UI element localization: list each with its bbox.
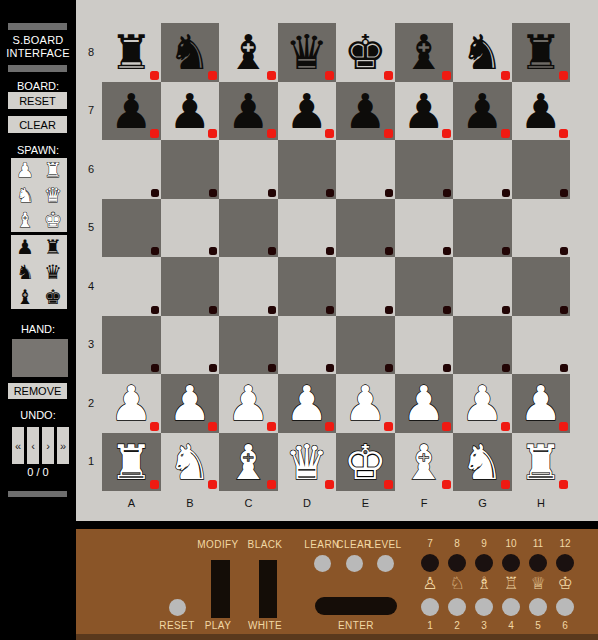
rank-label-5: 5 <box>84 221 98 234</box>
rank-label-4: 4 <box>84 280 98 293</box>
square-h4[interactable] <box>512 257 571 316</box>
knight-icon: ♘ <box>443 573 471 593</box>
square-sensor-led <box>150 71 159 80</box>
square-sensor-led <box>501 422 510 431</box>
square-sensor-led <box>384 71 393 80</box>
undo-counter: 0 / 0 <box>0 466 76 478</box>
spawn-black-pawn[interactable]: ♟ <box>11 235 39 260</box>
file-label-a: A <box>102 497 161 509</box>
undo-button-row: «‹›» <box>12 427 70 464</box>
board-clear-button[interactable]: CLEAR <box>8 116 67 133</box>
level-12-button[interactable] <box>556 554 574 572</box>
black-white-switch[interactable] <box>259 560 277 618</box>
file-label-h: H <box>512 497 571 509</box>
level-button[interactable] <box>377 555 394 572</box>
clear-button[interactable] <box>346 555 363 572</box>
level-number-7: 7 <box>416 538 444 549</box>
level-number-2: 2 <box>443 620 471 631</box>
square-sensor-led <box>268 189 276 197</box>
piece-rook-button[interactable] <box>502 598 520 616</box>
level-number-8: 8 <box>443 538 471 549</box>
level-number-5: 5 <box>524 620 552 631</box>
square-a5[interactable] <box>102 199 161 258</box>
square-e1[interactable]: ♚ <box>336 433 395 492</box>
modify-label: MODIFY <box>197 539 238 550</box>
panel-reset-button[interactable] <box>169 599 186 616</box>
square-sensor-led <box>325 422 334 431</box>
level-10-button[interactable] <box>502 554 520 572</box>
square-sensor-led <box>442 129 451 138</box>
spawn-section-label: SPAWN: <box>0 144 76 156</box>
square-sensor-led <box>325 129 334 138</box>
level-number-1: 1 <box>416 620 444 631</box>
square-sensor-led <box>268 247 276 255</box>
rank-label-2: 2 <box>84 397 98 410</box>
square-b1[interactable]: ♞ <box>161 433 220 492</box>
square-sensor-led <box>443 247 451 255</box>
square-h5[interactable] <box>512 199 571 258</box>
spawn-white-rook[interactable]: ♜ <box>39 158 67 183</box>
square-f4[interactable] <box>395 257 454 316</box>
square-sensor-led <box>326 364 334 372</box>
square-b4[interactable] <box>161 257 220 316</box>
square-sensor-led <box>442 422 451 431</box>
rank-label-7: 7 <box>84 104 98 117</box>
square-b2[interactable]: ♟ <box>161 374 220 433</box>
square-h2[interactable]: ♟ <box>512 374 571 433</box>
square-e4[interactable] <box>336 257 395 316</box>
level-number-11: 11 <box>524 538 552 549</box>
square-c1[interactable]: ♝ <box>219 433 278 492</box>
square-sensor-led <box>209 306 217 314</box>
enter-label: ENTER <box>338 620 374 631</box>
level-number-4: 4 <box>497 620 525 631</box>
square-b6[interactable] <box>161 140 220 199</box>
square-sensor-led <box>150 480 159 489</box>
square-sensor-led <box>267 129 276 138</box>
level-number-12: 12 <box>551 538 579 549</box>
square-sensor-led <box>151 247 159 255</box>
panel-bottom-strip <box>76 634 598 640</box>
level-label: LEVEL <box>368 539 401 550</box>
square-e2[interactable]: ♟ <box>336 374 395 433</box>
square-c6[interactable] <box>219 140 278 199</box>
enter-button[interactable] <box>315 597 397 615</box>
square-b5[interactable] <box>161 199 220 258</box>
spawn-black-queen[interactable]: ♛ <box>39 260 67 285</box>
square-sensor-led <box>559 480 568 489</box>
square-f8[interactable]: ♝ <box>395 23 454 82</box>
app-title-line1: S.BOARD <box>0 34 76 47</box>
console-panel: MODIFY BLACK LEARN CLEAR LEVEL RESET PLA… <box>76 529 598 640</box>
piece-knight-button[interactable] <box>448 598 466 616</box>
piece-bishop-button[interactable] <box>475 598 493 616</box>
square-g5[interactable] <box>453 199 512 258</box>
square-e8[interactable]: ♚ <box>336 23 395 82</box>
console-column-2: 8♘2 <box>443 529 471 640</box>
undo-section-label: UNDO: <box>0 409 76 421</box>
square-sensor-led <box>385 306 393 314</box>
divider-bar-bottom <box>8 491 67 497</box>
square-sensor-led <box>208 480 217 489</box>
square-sensor-led <box>442 480 451 489</box>
square-f1[interactable]: ♝ <box>395 433 454 492</box>
square-c5[interactable] <box>219 199 278 258</box>
console-column-4: 10♖4 <box>497 529 525 640</box>
play-label: PLAY <box>205 620 231 631</box>
square-sensor-led <box>502 189 510 197</box>
square-sensor-led <box>385 189 393 197</box>
sidebar: S.BOARD INTERFACE BOARD: RESET CLEAR SPA… <box>0 0 76 640</box>
square-sensor-led <box>559 71 568 80</box>
spawn-black-palette: ♟♜♞♛♝♚ <box>11 235 67 309</box>
remove-button[interactable]: REMOVE <box>8 383 67 399</box>
console-column-6: 12♔6 <box>551 529 579 640</box>
square-sensor-led <box>326 247 334 255</box>
square-c7[interactable]: ♟ <box>219 82 278 141</box>
spawn-black-rook[interactable]: ♜ <box>39 235 67 260</box>
square-sensor-led <box>384 480 393 489</box>
console-column-1: 7♙1 <box>416 529 444 640</box>
square-sensor-led <box>209 189 217 197</box>
pawn-icon: ♙ <box>416 573 444 593</box>
spawn-white-knight[interactable]: ♞ <box>11 183 39 208</box>
square-d1[interactable]: ♛ <box>278 433 337 492</box>
square-sensor-led <box>560 364 568 372</box>
square-sensor-led <box>502 247 510 255</box>
divider-bar-top <box>8 23 67 30</box>
file-label-c: C <box>219 497 278 509</box>
square-sensor-led <box>267 71 276 80</box>
square-f3[interactable] <box>395 316 454 375</box>
learn-button[interactable] <box>314 555 331 572</box>
square-h6[interactable] <box>512 140 571 199</box>
bishop-icon: ♗ <box>470 573 498 593</box>
square-sensor-led <box>501 71 510 80</box>
square-sensor-led <box>501 480 510 489</box>
black-label: BLACK <box>248 539 283 550</box>
square-a6[interactable] <box>102 140 161 199</box>
square-a2[interactable]: ♟ <box>102 374 161 433</box>
spawn-white-queen[interactable]: ♛ <box>39 183 67 208</box>
spawn-black-king[interactable]: ♚ <box>39 284 67 309</box>
square-a3[interactable] <box>102 316 161 375</box>
square-sensor-led <box>384 129 393 138</box>
square-c4[interactable] <box>219 257 278 316</box>
square-f2[interactable]: ♟ <box>395 374 454 433</box>
piece-queen-button[interactable] <box>529 598 547 616</box>
square-g1[interactable]: ♞ <box>453 433 512 492</box>
square-sensor-led <box>502 364 510 372</box>
level-11-button[interactable] <box>529 554 547 572</box>
square-c3[interactable] <box>219 316 278 375</box>
square-sensor-led <box>208 129 217 138</box>
divider-bar-mid <box>8 65 67 72</box>
piece-king-button[interactable] <box>556 598 574 616</box>
square-sensor-led <box>559 422 568 431</box>
board-section-label: BOARD: <box>0 80 76 92</box>
rank-label-6: 6 <box>84 163 98 176</box>
square-h8[interactable]: ♜ <box>512 23 571 82</box>
square-sensor-led <box>267 480 276 489</box>
square-a7[interactable]: ♟ <box>102 82 161 141</box>
queen-icon: ♕ <box>524 573 552 593</box>
white-label: WHITE <box>248 620 282 631</box>
square-sensor-led <box>326 306 334 314</box>
square-sensor-led <box>385 247 393 255</box>
square-sensor-led <box>209 247 217 255</box>
clear-label: CLEAR <box>336 539 371 550</box>
level-number-6: 6 <box>551 620 579 631</box>
square-sensor-led <box>501 129 510 138</box>
file-label-e: E <box>336 497 395 509</box>
square-d8[interactable]: ♛ <box>278 23 337 82</box>
square-h1[interactable]: ♜ <box>512 433 571 492</box>
file-label-d: D <box>278 497 337 509</box>
square-b8[interactable]: ♞ <box>161 23 220 82</box>
square-e7[interactable]: ♟ <box>336 82 395 141</box>
square-f7[interactable]: ♟ <box>395 82 454 141</box>
level-number-10: 10 <box>497 538 525 549</box>
rank-label-3: 3 <box>84 338 98 351</box>
square-sensor-led <box>325 71 334 80</box>
console-column-3: 9♗3 <box>470 529 498 640</box>
square-sensor-led <box>502 306 510 314</box>
square-f5[interactable] <box>395 199 454 258</box>
square-sensor-led <box>442 71 451 80</box>
undo-back-button[interactable]: ‹ <box>27 427 39 464</box>
spawn-black-bishop[interactable]: ♝ <box>11 284 39 309</box>
square-e6[interactable] <box>336 140 395 199</box>
level-8-button[interactable] <box>448 554 466 572</box>
level-number-9: 9 <box>470 538 498 549</box>
square-sensor-led <box>150 422 159 431</box>
square-sensor-led <box>151 189 159 197</box>
square-e3[interactable] <box>336 316 395 375</box>
spawn-white-pawn[interactable]: ♟ <box>11 158 39 183</box>
rook-icon: ♖ <box>497 573 525 593</box>
square-sensor-led <box>384 422 393 431</box>
square-g2[interactable]: ♟ <box>453 374 512 433</box>
square-sensor-led <box>267 422 276 431</box>
rank-label-8: 8 <box>84 46 98 59</box>
spawn-white-palette: ♟♜♞♛♝♚ <box>11 158 67 232</box>
console-column-5: 11♕5 <box>524 529 552 640</box>
hand-slot[interactable] <box>12 339 68 377</box>
square-g4[interactable] <box>453 257 512 316</box>
square-sensor-led <box>385 364 393 372</box>
square-b7[interactable]: ♟ <box>161 82 220 141</box>
app-title-line2: INTERFACE <box>0 47 76 60</box>
square-sensor-led <box>151 306 159 314</box>
square-sensor-led <box>560 247 568 255</box>
square-sensor-led <box>268 306 276 314</box>
square-a4[interactable] <box>102 257 161 316</box>
square-a8[interactable]: ♜ <box>102 23 161 82</box>
square-d2[interactable]: ♟ <box>278 374 337 433</box>
square-sensor-led <box>443 364 451 372</box>
square-d4[interactable] <box>278 257 337 316</box>
undo-last-button[interactable]: » <box>57 427 69 464</box>
square-g6[interactable] <box>453 140 512 199</box>
spawn-white-bishop[interactable]: ♝ <box>11 207 39 232</box>
level-7-button[interactable] <box>421 554 439 572</box>
square-sensor-led <box>326 189 334 197</box>
square-d5[interactable] <box>278 199 337 258</box>
king-icon: ♔ <box>551 573 579 593</box>
level-number-3: 3 <box>470 620 498 631</box>
square-sensor-led <box>151 364 159 372</box>
reset-label: RESET <box>159 620 194 631</box>
board-area: 87654321 ♜♞♝♛♚♝♞♜♟♟♟♟♟♟♟♟♟♟♟♟♟♟♟♟♜♞♝♛♚♝♞… <box>76 0 598 521</box>
file-label-g: G <box>453 497 512 509</box>
spawn-black-knight[interactable]: ♞ <box>11 260 39 285</box>
square-sensor-led <box>209 364 217 372</box>
square-sensor-led <box>325 480 334 489</box>
square-h3[interactable] <box>512 316 571 375</box>
square-h7[interactable]: ♟ <box>512 82 571 141</box>
level-9-button[interactable] <box>475 554 493 572</box>
square-sensor-led <box>560 189 568 197</box>
piece-pawn-button[interactable] <box>421 598 439 616</box>
square-sensor-led <box>268 364 276 372</box>
chess-board: ♜♞♝♛♚♝♞♜♟♟♟♟♟♟♟♟♟♟♟♟♟♟♟♟♜♞♝♛♚♝♞♜ <box>102 23 570 491</box>
square-sensor-led <box>208 71 217 80</box>
square-sensor-led <box>443 189 451 197</box>
file-label-f: F <box>395 497 454 509</box>
board-reset-button[interactable]: RESET <box>8 92 67 109</box>
app-title: S.BOARD INTERFACE <box>0 34 76 60</box>
square-d3[interactable] <box>278 316 337 375</box>
undo-first-button[interactable]: « <box>12 427 24 464</box>
square-e5[interactable] <box>336 199 395 258</box>
square-b3[interactable] <box>161 316 220 375</box>
rank-label-1: 1 <box>84 455 98 468</box>
square-sensor-led <box>443 306 451 314</box>
square-sensor-led <box>208 422 217 431</box>
undo-forward-button[interactable]: › <box>42 427 54 464</box>
square-sensor-led <box>150 129 159 138</box>
modify-play-switch[interactable] <box>211 560 230 618</box>
square-sensor-led <box>559 129 568 138</box>
spawn-white-king[interactable]: ♚ <box>39 207 67 232</box>
file-label-b: B <box>161 497 220 509</box>
square-d7[interactable]: ♟ <box>278 82 337 141</box>
square-g3[interactable] <box>453 316 512 375</box>
learn-label: LEARN <box>304 539 339 550</box>
square-c2[interactable]: ♟ <box>219 374 278 433</box>
hand-section-label: HAND: <box>0 323 76 335</box>
square-g8[interactable]: ♞ <box>453 23 512 82</box>
square-sensor-led <box>560 306 568 314</box>
square-d6[interactable] <box>278 140 337 199</box>
square-f6[interactable] <box>395 140 454 199</box>
square-g7[interactable]: ♟ <box>453 82 512 141</box>
square-a1[interactable]: ♜ <box>102 433 161 492</box>
square-c8[interactable]: ♝ <box>219 23 278 82</box>
